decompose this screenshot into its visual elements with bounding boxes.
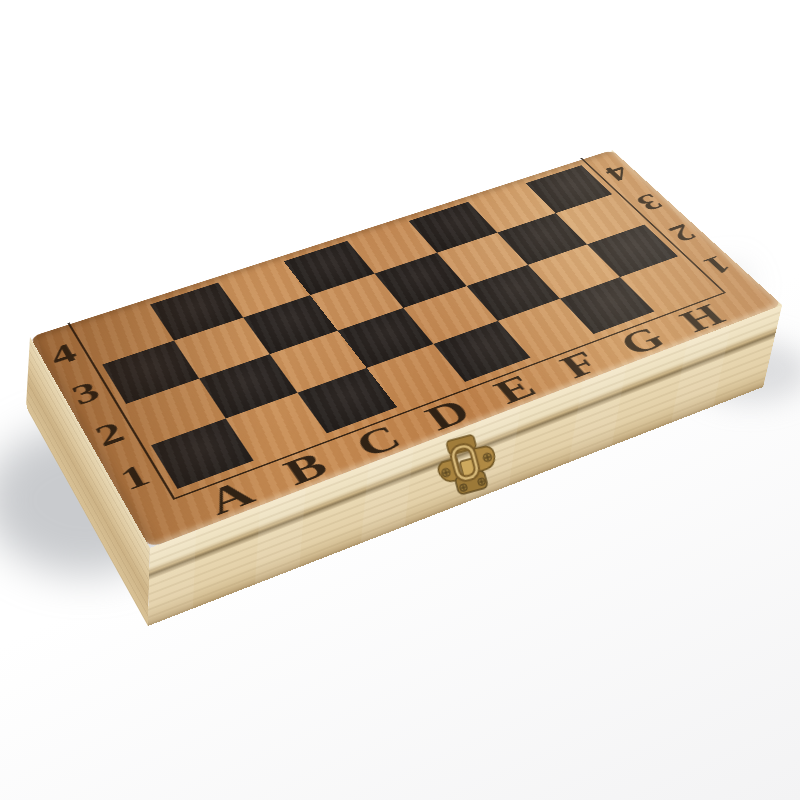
product-photo-stage: ABCDEFGH 4321 4321 — [0, 0, 800, 800]
